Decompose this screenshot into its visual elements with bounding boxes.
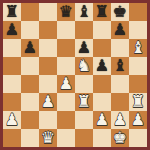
square-e4[interactable] (75, 75, 93, 93)
square-e3[interactable]: ♜ (75, 93, 93, 111)
square-f3[interactable] (93, 93, 111, 111)
square-b2[interactable] (21, 111, 39, 129)
square-d5[interactable] (57, 57, 75, 75)
white-bishop: ♝ (129, 39, 147, 57)
square-c7[interactable] (39, 21, 57, 39)
square-d6[interactable] (57, 39, 75, 57)
square-c4[interactable] (39, 75, 57, 93)
square-a6[interactable] (3, 39, 21, 57)
white-rook: ♜ (75, 93, 93, 111)
white-pawn: ♟ (3, 111, 21, 129)
square-h3[interactable]: ♜ (129, 93, 147, 111)
black-pawn: ♟ (93, 57, 111, 75)
black-bishop: ♝ (111, 57, 129, 75)
square-a2[interactable]: ♟ (3, 111, 21, 129)
square-f1[interactable] (93, 129, 111, 147)
square-g5[interactable]: ♝ (111, 57, 129, 75)
square-f5[interactable]: ♟ (93, 57, 111, 75)
square-h5[interactable] (129, 57, 147, 75)
square-d3[interactable] (57, 93, 75, 111)
square-e8[interactable]: ♝ (75, 3, 93, 21)
square-g2[interactable]: ♟ (111, 111, 129, 129)
square-a3[interactable] (3, 93, 21, 111)
square-f7[interactable] (93, 21, 111, 39)
square-h8[interactable] (129, 3, 147, 21)
square-e2[interactable] (75, 111, 93, 129)
square-a1[interactable] (3, 129, 21, 147)
square-b3[interactable] (21, 93, 39, 111)
square-h1[interactable] (129, 129, 147, 147)
square-c3[interactable]: ♟ (39, 93, 57, 111)
black-pawn: ♟ (75, 39, 93, 57)
black-pawn: ♟ (3, 21, 21, 39)
square-c6[interactable] (39, 39, 57, 57)
square-b4[interactable] (21, 75, 39, 93)
chess-board: ♜♛♝♜♚♟♟♟♟♝♞♟♝♟♟♜♜♟♟♟♟♛♚ (3, 3, 147, 147)
white-pawn: ♟ (111, 111, 129, 129)
white-pawn: ♟ (93, 111, 111, 129)
square-b6[interactable]: ♟ (21, 39, 39, 57)
white-pawn: ♟ (39, 93, 57, 111)
square-f2[interactable]: ♟ (93, 111, 111, 129)
square-d1[interactable] (57, 129, 75, 147)
square-b1[interactable] (21, 129, 39, 147)
square-h4[interactable] (129, 75, 147, 93)
black-queen: ♛ (57, 3, 75, 21)
white-knight: ♞ (75, 57, 93, 75)
square-b8[interactable] (21, 3, 39, 21)
black-pawn: ♟ (21, 39, 39, 57)
square-c8[interactable] (39, 3, 57, 21)
square-h6[interactable]: ♝ (129, 39, 147, 57)
square-c5[interactable] (39, 57, 57, 75)
square-a4[interactable] (3, 75, 21, 93)
square-e5[interactable]: ♞ (75, 57, 93, 75)
square-g8[interactable]: ♚ (111, 3, 129, 21)
white-pawn: ♟ (129, 111, 147, 129)
white-king: ♚ (111, 129, 129, 147)
square-a7[interactable]: ♟ (3, 21, 21, 39)
white-queen: ♛ (39, 129, 57, 147)
square-d8[interactable]: ♛ (57, 3, 75, 21)
square-g6[interactable] (111, 39, 129, 57)
square-h7[interactable] (129, 21, 147, 39)
square-e7[interactable] (75, 21, 93, 39)
white-rook: ♜ (129, 93, 147, 111)
square-a8[interactable]: ♜ (3, 3, 21, 21)
square-a5[interactable] (3, 57, 21, 75)
square-g4[interactable] (111, 75, 129, 93)
board-frame: ♜♛♝♜♚♟♟♟♟♝♞♟♝♟♟♜♜♟♟♟♟♛♚ (0, 0, 150, 150)
square-c1[interactable]: ♛ (39, 129, 57, 147)
white-pawn: ♟ (57, 75, 75, 93)
square-f4[interactable] (93, 75, 111, 93)
square-d7[interactable] (57, 21, 75, 39)
black-bishop: ♝ (75, 3, 93, 21)
square-d2[interactable] (57, 111, 75, 129)
square-c2[interactable] (39, 111, 57, 129)
black-king: ♚ (111, 3, 129, 21)
square-h2[interactable]: ♟ (129, 111, 147, 129)
square-g3[interactable] (111, 93, 129, 111)
square-d4[interactable]: ♟ (57, 75, 75, 93)
square-f8[interactable]: ♜ (93, 3, 111, 21)
square-e1[interactable] (75, 129, 93, 147)
square-f6[interactable] (93, 39, 111, 57)
black-rook: ♜ (3, 3, 21, 21)
square-e6[interactable]: ♟ (75, 39, 93, 57)
square-g1[interactable]: ♚ (111, 129, 129, 147)
black-rook: ♜ (93, 3, 111, 21)
square-b7[interactable] (21, 21, 39, 39)
black-pawn: ♟ (111, 21, 129, 39)
square-g7[interactable]: ♟ (111, 21, 129, 39)
square-b5[interactable] (21, 57, 39, 75)
